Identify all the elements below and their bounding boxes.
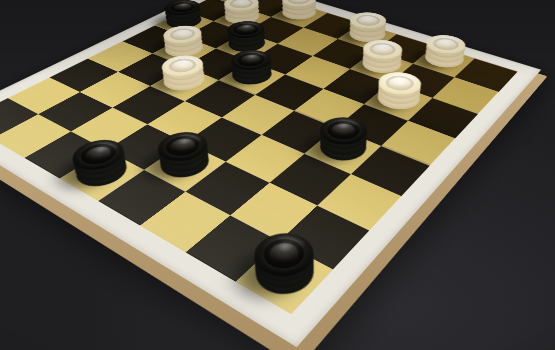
checkers-board [0, 0, 541, 347]
photo-stage [0, 0, 555, 350]
board-scene [0, 0, 555, 350]
